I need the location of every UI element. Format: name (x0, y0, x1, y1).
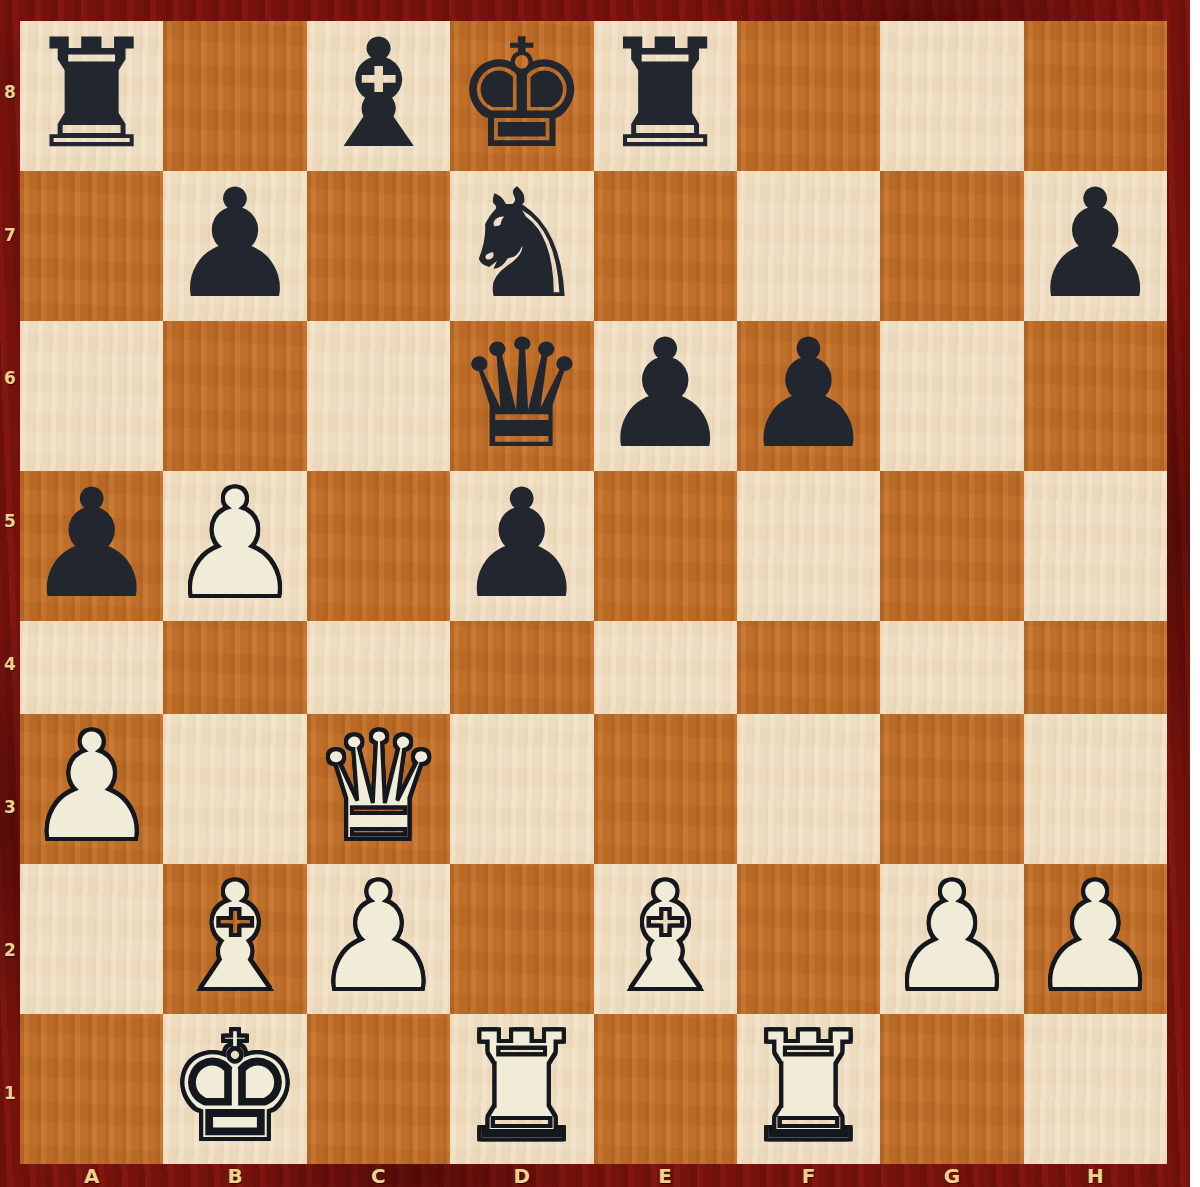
page-margin (1190, 0, 1200, 1187)
rank-label-3: 3 (0, 735, 20, 878)
file-label-f: F (737, 1164, 880, 1187)
square-d5[interactable]: ♟ (450, 471, 593, 621)
square-f4[interactable] (737, 621, 880, 714)
square-a8[interactable]: ♜ (20, 21, 163, 171)
piece-black-queen[interactable]: ♛ (455, 319, 589, 469)
piece-black-rook[interactable]: ♜ (24, 19, 158, 169)
square-c6[interactable] (307, 321, 450, 471)
square-g3[interactable] (880, 714, 1023, 864)
board[interactable]: ♜♝♚♜♟♞♟♛♟♟♟♟♟♟♛♝♟♝♟♟♚♜♜ (20, 21, 1167, 1164)
piece-black-knight[interactable]: ♞ (455, 169, 589, 319)
rank-label-8: 8 (0, 21, 20, 164)
square-h6[interactable] (1024, 321, 1167, 471)
square-g4[interactable] (880, 621, 1023, 714)
piece-white-bishop[interactable]: ♝ (598, 862, 732, 1012)
square-c8[interactable]: ♝ (307, 21, 450, 171)
piece-white-queen[interactable]: ♛ (311, 712, 445, 862)
square-d1[interactable]: ♜ (450, 1014, 593, 1164)
square-g2[interactable]: ♟ (880, 864, 1023, 1014)
square-h8[interactable] (1024, 21, 1167, 171)
square-a5[interactable]: ♟ (20, 471, 163, 621)
square-d6[interactable]: ♛ (450, 321, 593, 471)
square-h4[interactable] (1024, 621, 1167, 714)
square-b7[interactable]: ♟ (163, 171, 306, 321)
rank-label-5: 5 (0, 450, 20, 593)
square-h7[interactable]: ♟ (1024, 171, 1167, 321)
piece-white-pawn[interactable]: ♟ (885, 862, 1019, 1012)
square-e2[interactable]: ♝ (594, 864, 737, 1014)
square-d7[interactable]: ♞ (450, 171, 593, 321)
square-g6[interactable] (880, 321, 1023, 471)
piece-black-pawn[interactable]: ♟ (455, 469, 589, 619)
square-e3[interactable] (594, 714, 737, 864)
square-b3[interactable] (163, 714, 306, 864)
piece-black-king[interactable]: ♚ (455, 19, 589, 169)
square-h5[interactable] (1024, 471, 1167, 621)
rank-labels: 87654321 (0, 21, 20, 1164)
square-e5[interactable] (594, 471, 737, 621)
square-e1[interactable] (594, 1014, 737, 1164)
piece-white-rook[interactable]: ♜ (741, 1012, 875, 1162)
piece-black-pawn[interactable]: ♟ (24, 469, 158, 619)
square-e6[interactable]: ♟ (594, 321, 737, 471)
square-g8[interactable] (880, 21, 1023, 171)
square-g7[interactable] (880, 171, 1023, 321)
file-label-b: B (163, 1164, 306, 1187)
square-c3[interactable]: ♛ (307, 714, 450, 864)
file-label-e: E (594, 1164, 737, 1187)
square-a7[interactable] (20, 171, 163, 321)
square-b5[interactable]: ♟ (163, 471, 306, 621)
rank-label-2: 2 (0, 878, 20, 1021)
rank-label-7: 7 (0, 164, 20, 307)
rank-label-4: 4 (0, 593, 20, 736)
square-a1[interactable] (20, 1014, 163, 1164)
square-c5[interactable] (307, 471, 450, 621)
piece-white-pawn[interactable]: ♟ (311, 862, 445, 1012)
square-g1[interactable] (880, 1014, 1023, 1164)
square-e4[interactable] (594, 621, 737, 714)
piece-white-bishop[interactable]: ♝ (168, 862, 302, 1012)
square-f5[interactable] (737, 471, 880, 621)
piece-black-pawn[interactable]: ♟ (168, 169, 302, 319)
square-a6[interactable] (20, 321, 163, 471)
square-h2[interactable]: ♟ (1024, 864, 1167, 1014)
square-d8[interactable]: ♚ (450, 21, 593, 171)
piece-white-pawn[interactable]: ♟ (1028, 862, 1162, 1012)
file-label-h: H (1024, 1164, 1167, 1187)
file-label-g: G (880, 1164, 1023, 1187)
file-label-a: A (20, 1164, 163, 1187)
square-f7[interactable] (737, 171, 880, 321)
square-e8[interactable]: ♜ (594, 21, 737, 171)
square-a2[interactable] (20, 864, 163, 1014)
rank-label-6: 6 (0, 307, 20, 450)
square-f3[interactable] (737, 714, 880, 864)
piece-white-pawn[interactable]: ♟ (24, 712, 158, 862)
square-a3[interactable]: ♟ (20, 714, 163, 864)
square-d4[interactable] (450, 621, 593, 714)
square-g5[interactable] (880, 471, 1023, 621)
square-b2[interactable]: ♝ (163, 864, 306, 1014)
square-f6[interactable]: ♟ (737, 321, 880, 471)
square-b1[interactable]: ♚ (163, 1014, 306, 1164)
piece-white-king[interactable]: ♚ (168, 1012, 302, 1162)
square-b6[interactable] (163, 321, 306, 471)
square-f1[interactable]: ♜ (737, 1014, 880, 1164)
piece-white-rook[interactable]: ♜ (455, 1012, 589, 1162)
square-d3[interactable] (450, 714, 593, 864)
rank-label-1: 1 (0, 1021, 20, 1164)
square-c2[interactable]: ♟ (307, 864, 450, 1014)
piece-black-bishop[interactable]: ♝ (311, 19, 445, 169)
square-e7[interactable] (594, 171, 737, 321)
square-b8[interactable] (163, 21, 306, 171)
square-f8[interactable] (737, 21, 880, 171)
square-f2[interactable] (737, 864, 880, 1014)
square-c1[interactable] (307, 1014, 450, 1164)
square-h3[interactable] (1024, 714, 1167, 864)
square-d2[interactable] (450, 864, 593, 1014)
square-c7[interactable] (307, 171, 450, 321)
file-label-c: C (307, 1164, 450, 1187)
piece-white-pawn[interactable]: ♟ (168, 469, 302, 619)
square-b4[interactable] (163, 621, 306, 714)
file-label-d: D (450, 1164, 593, 1187)
piece-black-pawn[interactable]: ♟ (741, 319, 875, 469)
file-labels: ABCDEFGH (20, 1164, 1167, 1187)
chess-diagram-page: 87654321 ♜♝♚♜♟♞♟♛♟♟♟♟♟♟♛♝♟♝♟♟♚♜♜ ABCDEFG… (0, 0, 1200, 1187)
piece-black-rook[interactable]: ♜ (598, 19, 732, 169)
piece-black-pawn[interactable]: ♟ (1028, 169, 1162, 319)
square-h1[interactable] (1024, 1014, 1167, 1164)
piece-black-pawn[interactable]: ♟ (598, 319, 732, 469)
